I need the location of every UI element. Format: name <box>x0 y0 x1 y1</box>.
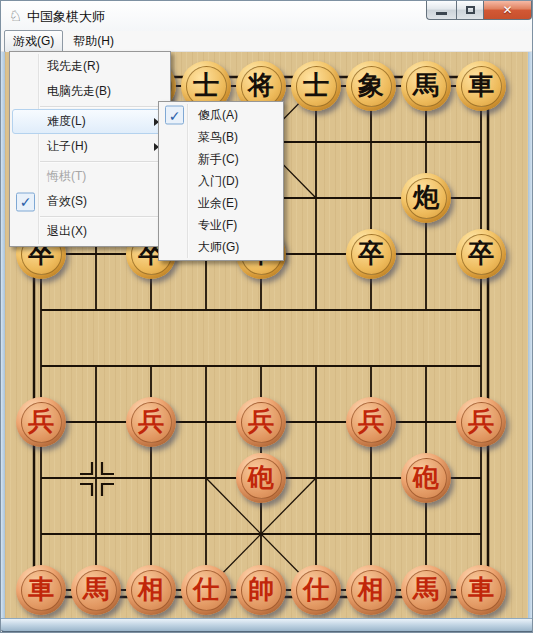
red-piece-兵[interactable]: 兵 <box>236 397 286 447</box>
piece-label: 馬 <box>406 66 447 107</box>
minimize-icon <box>436 12 447 15</box>
menubar: 游戏(G)帮助(H) <box>1 31 533 52</box>
piece-label: 馬 <box>76 570 117 611</box>
red-piece-仕[interactable]: 仕 <box>181 565 231 615</box>
window-border-left <box>1 52 5 618</box>
piece-label: 仕 <box>186 570 227 611</box>
menu-item-我先走(R)[interactable]: 我先走(R) <box>12 54 168 79</box>
menu-item-大师(G)[interactable]: 大师(G) <box>161 236 281 258</box>
black-piece-卒[interactable]: 卒 <box>346 229 396 279</box>
piece-label: 車 <box>21 570 62 611</box>
piece-label: 兵 <box>131 402 172 443</box>
board-cell: 馬 <box>399 562 454 618</box>
window-border-bottom <box>1 618 533 633</box>
red-piece-馬[interactable]: 馬 <box>401 565 451 615</box>
piece-label: 仕 <box>296 570 337 611</box>
window-title: 中国象棋大师 <box>27 8 105 26</box>
piece-label: 砲 <box>241 458 282 499</box>
menu-item-傻瓜(A)[interactable]: ✓傻瓜(A) <box>161 104 281 126</box>
red-piece-車[interactable]: 車 <box>16 565 66 615</box>
board-cell: 相 <box>344 562 399 618</box>
menu-item-新手(C)[interactable]: 新手(C) <box>161 148 281 170</box>
black-piece-炮[interactable]: 炮 <box>401 173 451 223</box>
red-piece-兵[interactable]: 兵 <box>126 397 176 447</box>
piece-label: 卒 <box>351 234 392 275</box>
board-cell: 兵 <box>234 394 289 450</box>
board-cell: 馬 <box>69 562 124 618</box>
menu-item-label: 业余(E) <box>198 195 238 212</box>
piece-label: 帥 <box>241 570 282 611</box>
piece-label: 相 <box>351 570 392 611</box>
board-cell: 士 <box>289 58 344 114</box>
red-piece-兵[interactable]: 兵 <box>16 397 66 447</box>
red-piece-馬[interactable]: 馬 <box>71 565 121 615</box>
close-button[interactable]: ✕ <box>484 1 532 20</box>
board-cell: 仕 <box>289 562 344 618</box>
menu-item-电脑先走(B)[interactable]: 电脑先走(B) <box>12 79 168 104</box>
menu-item-label: 让子(H) <box>47 138 88 155</box>
piece-label: 象 <box>351 66 392 107</box>
menu-item-label: 我先走(R) <box>47 58 100 75</box>
board-cell: 車 <box>454 562 509 618</box>
board-cell: 帥 <box>234 562 289 618</box>
menu-item-label: 入门(D) <box>198 173 239 190</box>
piece-label: 兵 <box>461 402 502 443</box>
app-icon: ♘ <box>7 7 24 24</box>
title-bar[interactable]: ♘ 中国象棋大师 ✕ <box>1 1 533 31</box>
red-piece-帥[interactable]: 帥 <box>236 565 286 615</box>
black-piece-象[interactable]: 象 <box>346 61 396 111</box>
game-menu-popup: 我先走(R)电脑先走(B)难度(L)让子(H)悔棋(T)✓音效(S)退出(X) <box>9 51 171 247</box>
board-cell: 兵 <box>124 394 179 450</box>
menu-item-label: 退出(X) <box>47 223 87 240</box>
piece-label: 車 <box>461 570 502 611</box>
menu-item-label: 傻瓜(A) <box>198 107 238 124</box>
menu-item-入门(D)[interactable]: 入门(D) <box>161 170 281 192</box>
board-cell: 相 <box>124 562 179 618</box>
menu-item-音效(S)[interactable]: ✓音效(S) <box>12 189 168 214</box>
window-controls: ✕ <box>426 1 532 20</box>
menu-item-难度(L)[interactable]: 难度(L) <box>12 109 168 134</box>
window-border-right <box>528 52 532 618</box>
red-piece-砲[interactable]: 砲 <box>401 453 451 503</box>
menu-item-label: 大师(G) <box>198 239 239 256</box>
piece-label: 砲 <box>406 458 447 499</box>
menu-item-悔棋(T): 悔棋(T) <box>12 164 168 189</box>
board-cell: 象 <box>344 58 399 114</box>
checkmark-icon: ✓ <box>16 192 35 211</box>
piece-label: 相 <box>131 570 172 611</box>
menu-item-让子(H)[interactable]: 让子(H) <box>12 134 168 159</box>
piece-label: 兵 <box>21 402 62 443</box>
menu-item-label: 难度(L) <box>47 113 86 130</box>
piece-label: 士 <box>296 66 337 107</box>
board-cell: 車 <box>454 58 509 114</box>
board-cell: 兵 <box>454 394 509 450</box>
red-piece-相[interactable]: 相 <box>126 565 176 615</box>
menu-item-label: 菜鸟(B) <box>198 129 238 146</box>
menubar-item-1[interactable]: 帮助(H) <box>65 31 122 52</box>
menu-item-业余(E)[interactable]: 业余(E) <box>161 192 281 214</box>
board-cell: 仕 <box>179 562 234 618</box>
piece-label: 卒 <box>461 234 502 275</box>
menu-item-菜鸟(B)[interactable]: 菜鸟(B) <box>161 126 281 148</box>
board-cell: 兵 <box>344 394 399 450</box>
red-piece-砲[interactable]: 砲 <box>236 453 286 503</box>
menu-item-专业(F)[interactable]: 专业(F) <box>161 214 281 236</box>
board-cell: 卒 <box>454 226 509 282</box>
red-piece-兵[interactable]: 兵 <box>346 397 396 447</box>
black-piece-車[interactable]: 車 <box>456 61 506 111</box>
minimize-button[interactable] <box>426 1 456 20</box>
piece-label: 兵 <box>351 402 392 443</box>
menu-item-label: 音效(S) <box>47 193 87 210</box>
board-cell: 砲 <box>234 450 289 506</box>
board-cell: 馬 <box>399 58 454 114</box>
menu-item-退出(X)[interactable]: 退出(X) <box>12 219 168 244</box>
board-cell: 卒 <box>344 226 399 282</box>
red-piece-車[interactable]: 車 <box>456 565 506 615</box>
menu-item-label: 电脑先走(B) <box>47 83 111 100</box>
black-piece-卒[interactable]: 卒 <box>456 229 506 279</box>
menubar-item-0[interactable]: 游戏(G) <box>4 30 63 53</box>
red-piece-兵[interactable]: 兵 <box>456 397 506 447</box>
red-piece-相[interactable]: 相 <box>346 565 396 615</box>
piece-label: 兵 <box>241 402 282 443</box>
piece-label: 馬 <box>406 570 447 611</box>
difficulty-submenu-popup: ✓傻瓜(A)菜鸟(B)新手(C)入门(D)业余(E)专业(F)大师(G) <box>158 101 284 261</box>
close-icon: ✕ <box>502 3 512 17</box>
menu-item-label: 新手(C) <box>198 151 239 168</box>
menu-item-label: 专业(F) <box>198 217 237 234</box>
piece-label: 車 <box>461 66 502 107</box>
board-cell: 車 <box>14 562 69 618</box>
board-cell: 炮 <box>399 170 454 226</box>
board-cell: 兵 <box>14 394 69 450</box>
menu-item-label: 悔棋(T) <box>47 168 86 185</box>
maximize-icon <box>466 6 475 14</box>
red-piece-仕[interactable]: 仕 <box>291 565 341 615</box>
piece-label: 炮 <box>406 178 447 219</box>
maximize-button[interactable] <box>456 1 484 20</box>
app-window: ♘ 中国象棋大师 ✕ 游戏(G)帮助(H) 車馬象士将士象馬車炮炮卒卒卒卒卒兵兵… <box>0 0 533 633</box>
black-piece-馬[interactable]: 馬 <box>401 61 451 111</box>
board-cell: 砲 <box>399 450 454 506</box>
black-piece-士[interactable]: 士 <box>291 61 341 111</box>
checkmark-icon: ✓ <box>165 106 184 125</box>
